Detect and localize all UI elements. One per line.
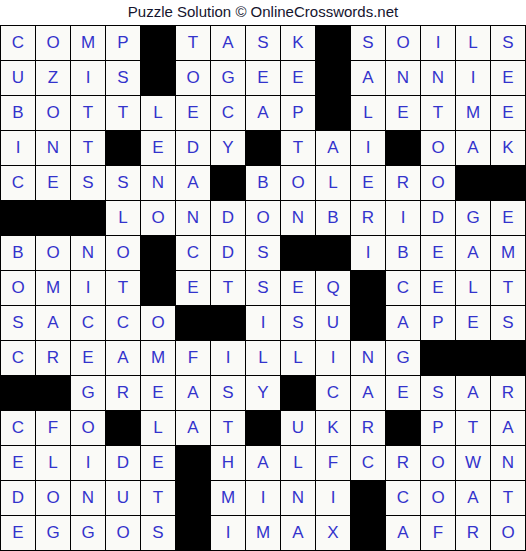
- letter-cell: D: [211, 236, 246, 271]
- letter-cell: S: [351, 26, 386, 61]
- letter-cell: N: [351, 341, 386, 376]
- block-cell: [351, 481, 386, 516]
- letter-cell: D: [211, 201, 246, 236]
- block-cell: [351, 271, 386, 306]
- letter-cell: S: [246, 236, 281, 271]
- puzzle-page: Puzzle Solution © OnlineCrosswords.net C…: [0, 0, 526, 551]
- letter-cell: G: [71, 516, 106, 551]
- letter-cell: G: [456, 201, 491, 236]
- letter-cell: L: [141, 96, 176, 131]
- letter-cell: T: [176, 26, 211, 61]
- letter-cell: C: [351, 446, 386, 481]
- letter-cell: A: [176, 411, 211, 446]
- letter-cell: S: [246, 26, 281, 61]
- letter-cell: I: [71, 61, 106, 96]
- letter-cell: R: [386, 166, 421, 201]
- letter-cell: T: [421, 96, 456, 131]
- letter-cell: S: [106, 166, 141, 201]
- letter-cell: O: [36, 481, 71, 516]
- letter-cell: A: [106, 341, 141, 376]
- letter-cell: S: [246, 271, 281, 306]
- letter-cell: M: [36, 271, 71, 306]
- letter-cell: I: [421, 26, 456, 61]
- letter-cell: O: [386, 26, 421, 61]
- block-cell: [141, 26, 176, 61]
- letter-cell: O: [421, 166, 456, 201]
- letter-cell: W: [456, 446, 491, 481]
- letter-cell: I: [211, 341, 246, 376]
- letter-cell: N: [176, 201, 211, 236]
- letter-cell: I: [351, 131, 386, 166]
- letter-cell: B: [316, 201, 351, 236]
- letter-cell: L: [456, 26, 491, 61]
- letter-cell: A: [351, 376, 386, 411]
- block-cell: [106, 131, 141, 166]
- letter-cell: I: [71, 271, 106, 306]
- letter-cell: T: [71, 96, 106, 131]
- letter-cell: L: [281, 341, 316, 376]
- letter-cell: C: [1, 341, 36, 376]
- letter-cell: S: [421, 376, 456, 411]
- letter-cell: B: [1, 96, 36, 131]
- letter-cell: R: [351, 411, 386, 446]
- block-cell: [491, 341, 526, 376]
- block-cell: [176, 306, 211, 341]
- letter-cell: U: [281, 411, 316, 446]
- letter-cell: I: [211, 516, 246, 551]
- letter-cell: M: [71, 26, 106, 61]
- letter-cell: P: [421, 411, 456, 446]
- letter-cell: I: [1, 131, 36, 166]
- letter-cell: I: [71, 446, 106, 481]
- letter-cell: D: [106, 446, 141, 481]
- letter-cell: T: [71, 131, 106, 166]
- letter-cell: A: [176, 166, 211, 201]
- letter-cell: D: [176, 131, 211, 166]
- letter-cell: C: [71, 306, 106, 341]
- letter-cell: F: [421, 516, 456, 551]
- block-cell: [141, 236, 176, 271]
- block-cell: [316, 96, 351, 131]
- letter-cell: B: [246, 166, 281, 201]
- letter-cell: G: [71, 376, 106, 411]
- block-cell: [71, 201, 106, 236]
- letter-cell: S: [491, 26, 526, 61]
- letter-cell: L: [456, 271, 491, 306]
- letter-cell: T: [491, 271, 526, 306]
- letter-cell: O: [1, 271, 36, 306]
- block-cell: [386, 411, 421, 446]
- letter-cell: R: [351, 201, 386, 236]
- letter-cell: A: [386, 516, 421, 551]
- letter-cell: L: [141, 411, 176, 446]
- letter-cell: I: [316, 341, 351, 376]
- letter-cell: K: [281, 26, 316, 61]
- letter-cell: D: [1, 481, 36, 516]
- letter-cell: Y: [246, 376, 281, 411]
- block-cell: [316, 26, 351, 61]
- letter-cell: U: [316, 306, 351, 341]
- letter-cell: P: [106, 26, 141, 61]
- letter-cell: O: [36, 26, 71, 61]
- letter-cell: F: [176, 341, 211, 376]
- letter-cell: O: [36, 96, 71, 131]
- block-cell: [316, 236, 351, 271]
- letter-cell: G: [211, 61, 246, 96]
- block-cell: [1, 376, 36, 411]
- letter-cell: B: [386, 236, 421, 271]
- letter-cell: L: [36, 446, 71, 481]
- letter-cell: T: [281, 131, 316, 166]
- letter-cell: N: [491, 446, 526, 481]
- letter-cell: E: [1, 446, 36, 481]
- crossword-grid: COMPTASKSOILSUZISOGEEANNIEBOTTLECAPLETME…: [0, 25, 526, 551]
- block-cell: [456, 341, 491, 376]
- letter-cell: L: [281, 446, 316, 481]
- letter-cell: L: [246, 341, 281, 376]
- letter-cell: S: [1, 306, 36, 341]
- letter-cell: K: [316, 411, 351, 446]
- letter-cell: N: [36, 131, 71, 166]
- letter-cell: T: [211, 271, 246, 306]
- letter-cell: E: [421, 271, 456, 306]
- letter-cell: C: [1, 411, 36, 446]
- letter-cell: O: [71, 411, 106, 446]
- letter-cell: A: [211, 26, 246, 61]
- letter-cell: A: [456, 236, 491, 271]
- letter-cell: S: [491, 306, 526, 341]
- block-cell: [246, 131, 281, 166]
- letter-cell: I: [456, 61, 491, 96]
- block-cell: [36, 376, 71, 411]
- block-cell: [246, 411, 281, 446]
- letter-cell: R: [36, 341, 71, 376]
- letter-cell: O: [421, 446, 456, 481]
- letter-cell: O: [106, 236, 141, 271]
- block-cell: [316, 61, 351, 96]
- block-cell: [351, 516, 386, 551]
- letter-cell: A: [246, 446, 281, 481]
- letter-cell: N: [421, 61, 456, 96]
- letter-cell: M: [491, 236, 526, 271]
- letter-cell: N: [71, 481, 106, 516]
- block-cell: [141, 271, 176, 306]
- letter-cell: E: [71, 341, 106, 376]
- letter-cell: T: [211, 411, 246, 446]
- letter-cell: I: [246, 306, 281, 341]
- letter-cell: E: [176, 271, 211, 306]
- block-cell: [176, 446, 211, 481]
- block-cell: [456, 166, 491, 201]
- letter-cell: N: [281, 201, 316, 236]
- letter-cell: M: [211, 481, 246, 516]
- letter-cell: Z: [36, 61, 71, 96]
- letter-cell: A: [316, 131, 351, 166]
- letter-cell: E: [36, 166, 71, 201]
- letter-cell: E: [246, 61, 281, 96]
- letter-cell: A: [456, 131, 491, 166]
- letter-cell: E: [176, 96, 211, 131]
- block-cell: [281, 236, 316, 271]
- letter-cell: S: [211, 376, 246, 411]
- block-cell: [421, 341, 456, 376]
- letter-cell: I: [386, 201, 421, 236]
- letter-cell: D: [421, 201, 456, 236]
- block-cell: [141, 61, 176, 96]
- letter-cell: T: [106, 96, 141, 131]
- letter-cell: H: [211, 446, 246, 481]
- letter-cell: E: [456, 306, 491, 341]
- letter-cell: O: [421, 481, 456, 516]
- letter-cell: R: [106, 376, 141, 411]
- letter-cell: I: [246, 481, 281, 516]
- letter-cell: E: [351, 166, 386, 201]
- block-cell: [36, 201, 71, 236]
- letter-cell: K: [491, 131, 526, 166]
- letter-cell: E: [421, 236, 456, 271]
- letter-cell: A: [456, 481, 491, 516]
- letter-cell: C: [316, 376, 351, 411]
- letter-cell: G: [386, 341, 421, 376]
- letter-cell: O: [36, 236, 71, 271]
- letter-cell: N: [386, 61, 421, 96]
- letter-cell: E: [281, 271, 316, 306]
- block-cell: [491, 166, 526, 201]
- block-cell: [211, 166, 246, 201]
- block-cell: [281, 376, 316, 411]
- letter-cell: P: [281, 96, 316, 131]
- letter-cell: A: [36, 306, 71, 341]
- letter-cell: A: [246, 96, 281, 131]
- letter-cell: E: [386, 96, 421, 131]
- letter-cell: R: [491, 376, 526, 411]
- letter-cell: P: [421, 306, 456, 341]
- letter-cell: O: [421, 131, 456, 166]
- letter-cell: C: [211, 96, 246, 131]
- letter-cell: E: [141, 131, 176, 166]
- letter-cell: N: [71, 236, 106, 271]
- letter-cell: O: [106, 516, 141, 551]
- letter-cell: L: [351, 96, 386, 131]
- letter-cell: S: [71, 166, 106, 201]
- letter-cell: E: [141, 446, 176, 481]
- letter-cell: A: [176, 376, 211, 411]
- letter-cell: S: [106, 61, 141, 96]
- letter-cell: U: [1, 61, 36, 96]
- letter-cell: C: [386, 271, 421, 306]
- letter-cell: E: [386, 376, 421, 411]
- letter-cell: G: [36, 516, 71, 551]
- letter-cell: F: [316, 446, 351, 481]
- letter-cell: A: [491, 411, 526, 446]
- letter-cell: C: [1, 26, 36, 61]
- block-cell: [176, 516, 211, 551]
- letter-cell: I: [351, 236, 386, 271]
- letter-cell: O: [176, 61, 211, 96]
- letter-cell: M: [141, 341, 176, 376]
- block-cell: [176, 481, 211, 516]
- letter-cell: R: [456, 516, 491, 551]
- letter-cell: C: [386, 481, 421, 516]
- letter-cell: X: [316, 516, 351, 551]
- letter-cell: O: [281, 166, 316, 201]
- letter-cell: A: [456, 376, 491, 411]
- block-cell: [1, 201, 36, 236]
- letter-cell: N: [281, 481, 316, 516]
- letter-cell: E: [491, 61, 526, 96]
- letter-cell: S: [141, 516, 176, 551]
- letter-cell: E: [141, 376, 176, 411]
- letter-cell: L: [316, 166, 351, 201]
- letter-cell: E: [491, 96, 526, 131]
- letter-cell: E: [491, 201, 526, 236]
- block-cell: [386, 131, 421, 166]
- letter-cell: T: [141, 481, 176, 516]
- letter-cell: O: [246, 201, 281, 236]
- letter-cell: R: [386, 446, 421, 481]
- letter-cell: A: [386, 306, 421, 341]
- letter-cell: F: [36, 411, 71, 446]
- letter-cell: C: [106, 306, 141, 341]
- letter-cell: A: [351, 61, 386, 96]
- letter-cell: E: [281, 61, 316, 96]
- letter-cell: A: [281, 516, 316, 551]
- letter-cell: O: [491, 516, 526, 551]
- letter-cell: O: [141, 306, 176, 341]
- letter-cell: T: [491, 481, 526, 516]
- letter-cell: U: [106, 481, 141, 516]
- letter-cell: L: [106, 201, 141, 236]
- letter-cell: Y: [211, 131, 246, 166]
- letter-cell: E: [1, 516, 36, 551]
- letter-cell: C: [1, 166, 36, 201]
- letter-cell: I: [316, 481, 351, 516]
- letter-cell: C: [176, 236, 211, 271]
- letter-cell: M: [246, 516, 281, 551]
- letter-cell: Q: [316, 271, 351, 306]
- letter-cell: M: [456, 96, 491, 131]
- letter-cell: T: [456, 411, 491, 446]
- letter-cell: S: [281, 306, 316, 341]
- letter-cell: O: [141, 201, 176, 236]
- letter-cell: T: [106, 271, 141, 306]
- letter-cell: N: [141, 166, 176, 201]
- letter-cell: B: [1, 236, 36, 271]
- page-title: Puzzle Solution © OnlineCrosswords.net: [0, 0, 526, 25]
- block-cell: [351, 306, 386, 341]
- block-cell: [211, 306, 246, 341]
- block-cell: [106, 411, 141, 446]
